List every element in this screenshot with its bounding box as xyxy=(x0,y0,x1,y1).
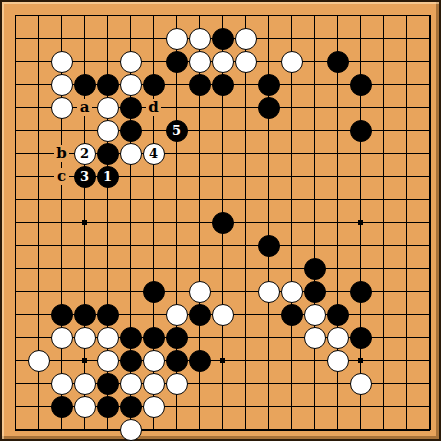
stone-black xyxy=(350,120,372,142)
stone-black xyxy=(189,304,211,326)
stone-black xyxy=(189,350,211,372)
grid-line-horizontal xyxy=(15,245,430,246)
stone-white xyxy=(120,74,142,96)
grid-line-horizontal xyxy=(15,268,430,269)
point-label-d: d xyxy=(146,99,161,116)
stone-black xyxy=(166,51,188,73)
stone-black xyxy=(143,281,165,303)
stone-white xyxy=(74,327,96,349)
point-label-a: a xyxy=(77,99,92,116)
stone-white xyxy=(212,304,234,326)
grid-line-vertical xyxy=(245,15,246,430)
stone-white xyxy=(166,373,188,395)
stone-white xyxy=(120,143,142,165)
stone-white xyxy=(327,327,349,349)
stone-black xyxy=(120,350,142,372)
stone-white xyxy=(74,373,96,395)
stone-black-move-3: 3 xyxy=(74,166,96,188)
stone-black xyxy=(120,120,142,142)
stone-white xyxy=(120,373,142,395)
stone-white xyxy=(97,327,119,349)
stone-white xyxy=(51,74,73,96)
point-label-c: c xyxy=(54,168,69,185)
stone-black xyxy=(120,97,142,119)
stone-white xyxy=(166,304,188,326)
stone-black xyxy=(350,74,372,96)
stone-black xyxy=(97,304,119,326)
stone-white xyxy=(212,51,234,73)
stone-white xyxy=(97,97,119,119)
stone-black xyxy=(212,28,234,50)
stone-black xyxy=(281,304,303,326)
stone-white xyxy=(304,304,326,326)
stone-black-move-5: 5 xyxy=(166,120,188,142)
stone-white xyxy=(51,373,73,395)
grid-line-vertical xyxy=(406,15,407,430)
stone-black xyxy=(51,304,73,326)
stone-white xyxy=(281,51,303,73)
stone-black xyxy=(304,281,326,303)
stone-white xyxy=(143,373,165,395)
stone-white xyxy=(189,51,211,73)
stone-white xyxy=(304,327,326,349)
stone-black xyxy=(350,327,372,349)
stone-black-move-1: 1 xyxy=(97,166,119,188)
grid-line-vertical xyxy=(291,15,292,430)
stone-white xyxy=(235,51,257,73)
stone-white xyxy=(97,120,119,142)
stone-white-move-4: 4 xyxy=(143,143,165,165)
stone-black xyxy=(327,51,349,73)
stone-white xyxy=(51,97,73,119)
stone-black xyxy=(189,74,211,96)
stone-white xyxy=(51,51,73,73)
stone-white-move-2: 2 xyxy=(74,143,96,165)
stone-white xyxy=(189,281,211,303)
stone-black xyxy=(258,97,280,119)
stone-white xyxy=(166,28,188,50)
stone-black xyxy=(166,350,188,372)
stone-black xyxy=(97,143,119,165)
stone-black xyxy=(120,327,142,349)
stone-black xyxy=(74,304,96,326)
stone-black xyxy=(258,74,280,96)
stone-black xyxy=(97,74,119,96)
star-point xyxy=(358,358,363,363)
stone-white xyxy=(120,51,142,73)
stone-white xyxy=(281,281,303,303)
stone-white xyxy=(143,396,165,418)
stone-white xyxy=(28,350,50,372)
stone-white xyxy=(189,28,211,50)
grid-line-horizontal xyxy=(15,429,430,431)
stone-white xyxy=(74,396,96,418)
stone-black xyxy=(51,396,73,418)
stone-black xyxy=(350,281,372,303)
stone-white xyxy=(235,28,257,50)
stone-black xyxy=(97,396,119,418)
star-point xyxy=(82,358,87,363)
stone-black xyxy=(166,327,188,349)
stone-black xyxy=(327,304,349,326)
stone-black xyxy=(304,258,326,280)
stone-black xyxy=(120,396,142,418)
stone-white xyxy=(51,327,73,349)
go-board: ad5b24c31 xyxy=(0,0,441,441)
stone-white xyxy=(327,350,349,372)
stone-white xyxy=(97,350,119,372)
stone-black xyxy=(212,212,234,234)
stone-white xyxy=(350,373,372,395)
go-diagram: ad5b24c31 xyxy=(0,0,441,441)
grid-line-vertical xyxy=(429,15,431,430)
stone-black xyxy=(97,373,119,395)
stone-black xyxy=(74,74,96,96)
stone-white xyxy=(258,281,280,303)
stone-white xyxy=(120,419,142,441)
grid-line-vertical xyxy=(383,15,384,430)
stone-black xyxy=(212,74,234,96)
star-point xyxy=(358,220,363,225)
star-point xyxy=(82,220,87,225)
stone-black xyxy=(258,235,280,257)
star-point xyxy=(220,358,225,363)
point-label-b: b xyxy=(54,145,69,162)
stone-white xyxy=(143,350,165,372)
stone-black xyxy=(143,327,165,349)
stone-black xyxy=(143,74,165,96)
grid-line-vertical xyxy=(314,15,315,430)
